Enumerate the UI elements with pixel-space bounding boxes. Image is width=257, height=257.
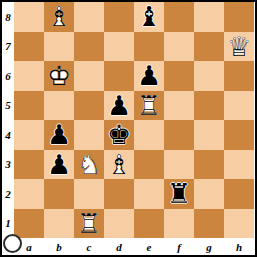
square-a4[interactable] [14, 120, 44, 150]
piece-fill: ♟ [134, 61, 164, 91]
square-d6[interactable] [104, 61, 134, 91]
piece-outline: ♖ [74, 209, 104, 239]
piece-outline: ♔ [44, 61, 74, 91]
square-f5[interactable] [164, 91, 194, 121]
piece-outline: ♕ [224, 32, 254, 62]
square-d7[interactable] [104, 32, 134, 62]
piece-fill: ♟ [44, 120, 74, 150]
piece-fill: ♟ [104, 91, 134, 121]
rank-labels: 87654321 [2, 2, 14, 238]
square-c1[interactable]: ♜♖ [74, 209, 104, 239]
piece-outline: ♗ [104, 150, 134, 180]
white-rook[interactable]: ♜♖ [134, 91, 164, 121]
square-g6[interactable] [194, 61, 224, 91]
chess-diagram: ♝♗♝♛♕♚♔♟♟♜♖♟♚♟♞♘♝♗♜♜♖ 87654321 abcdefgh [0, 0, 257, 257]
black-pawn[interactable]: ♟ [44, 150, 74, 180]
piece-fill: ♚ [104, 120, 134, 150]
square-c3[interactable]: ♞♘ [74, 150, 104, 180]
square-h6[interactable] [224, 61, 254, 91]
square-c4[interactable] [74, 120, 104, 150]
square-d4[interactable]: ♚ [104, 120, 134, 150]
square-d8[interactable] [104, 2, 134, 32]
piece-fill: ♜ [164, 179, 194, 209]
square-b8[interactable]: ♝♗ [44, 2, 74, 32]
square-e5[interactable]: ♜♖ [134, 91, 164, 121]
square-a2[interactable] [14, 179, 44, 209]
rank-label-8: 8 [2, 2, 14, 32]
file-labels: abcdefgh [14, 238, 254, 255]
square-b6[interactable]: ♚♔ [44, 61, 74, 91]
file-label-d: d [104, 238, 134, 255]
square-g5[interactable] [194, 91, 224, 121]
square-h1[interactable] [224, 209, 254, 239]
white-knight[interactable]: ♞♘ [74, 150, 104, 180]
white-bishop[interactable]: ♝♗ [104, 150, 134, 180]
black-pawn[interactable]: ♟ [134, 61, 164, 91]
square-g1[interactable] [194, 209, 224, 239]
square-g4[interactable] [194, 120, 224, 150]
square-h3[interactable] [224, 150, 254, 180]
square-a5[interactable] [14, 91, 44, 121]
square-c5[interactable] [74, 91, 104, 121]
square-b3[interactable]: ♟ [44, 150, 74, 180]
square-b1[interactable] [44, 209, 74, 239]
square-e1[interactable] [134, 209, 164, 239]
white-to-move-indicator [3, 234, 22, 253]
square-b4[interactable]: ♟ [44, 120, 74, 150]
square-f6[interactable] [164, 61, 194, 91]
square-f1[interactable] [164, 209, 194, 239]
square-a3[interactable] [14, 150, 44, 180]
square-a8[interactable] [14, 2, 44, 32]
square-h2[interactable] [224, 179, 254, 209]
piece-outline: ♖ [134, 91, 164, 121]
square-c8[interactable] [74, 2, 104, 32]
square-e3[interactable] [134, 150, 164, 180]
square-f8[interactable] [164, 2, 194, 32]
square-e7[interactable] [134, 32, 164, 62]
white-queen[interactable]: ♛♕ [224, 32, 254, 62]
white-king[interactable]: ♚♔ [44, 61, 74, 91]
piece-outline: ♘ [74, 150, 104, 180]
rank-label-5: 5 [2, 91, 14, 121]
square-g3[interactable] [194, 150, 224, 180]
square-a1[interactable] [14, 209, 44, 239]
piece-fill: ♝ [134, 2, 164, 32]
square-c7[interactable] [74, 32, 104, 62]
square-h5[interactable] [224, 91, 254, 121]
square-f3[interactable] [164, 150, 194, 180]
square-h7[interactable]: ♛♕ [224, 32, 254, 62]
rank-label-7: 7 [2, 32, 14, 62]
file-label-f: f [164, 238, 194, 255]
square-f2[interactable]: ♜ [164, 179, 194, 209]
chessboard: ♝♗♝♛♕♚♔♟♟♜♖♟♚♟♞♘♝♗♜♜♖ [14, 2, 254, 238]
square-f7[interactable] [164, 32, 194, 62]
square-h4[interactable] [224, 120, 254, 150]
square-e6[interactable]: ♟ [134, 61, 164, 91]
black-pawn[interactable]: ♟ [104, 91, 134, 121]
file-label-e: e [134, 238, 164, 255]
file-label-b: b [44, 238, 74, 255]
square-d3[interactable]: ♝♗ [104, 150, 134, 180]
white-bishop[interactable]: ♝♗ [44, 2, 74, 32]
square-g8[interactable] [194, 2, 224, 32]
square-b7[interactable] [44, 32, 74, 62]
square-b2[interactable] [44, 179, 74, 209]
square-a7[interactable] [14, 32, 44, 62]
square-e4[interactable] [134, 120, 164, 150]
square-h8[interactable] [224, 2, 254, 32]
square-d2[interactable] [104, 179, 134, 209]
file-label-c: c [74, 238, 104, 255]
rank-label-6: 6 [2, 61, 14, 91]
square-e2[interactable] [134, 179, 164, 209]
square-d1[interactable] [104, 209, 134, 239]
square-c6[interactable] [74, 61, 104, 91]
square-e8[interactable]: ♝ [134, 2, 164, 32]
black-rook[interactable]: ♜ [164, 179, 194, 209]
black-king[interactable]: ♚ [104, 120, 134, 150]
piece-outline: ♗ [44, 2, 74, 32]
black-bishop[interactable]: ♝ [134, 2, 164, 32]
square-a6[interactable] [14, 61, 44, 91]
square-f4[interactable] [164, 120, 194, 150]
rank-label-3: 3 [2, 150, 14, 180]
white-rook[interactable]: ♜♖ [74, 209, 104, 239]
black-pawn[interactable]: ♟ [44, 120, 74, 150]
file-label-g: g [194, 238, 224, 255]
file-label-h: h [224, 238, 254, 255]
square-d5[interactable]: ♟ [104, 91, 134, 121]
piece-fill: ♟ [44, 150, 74, 180]
square-g2[interactable] [194, 179, 224, 209]
rank-label-2: 2 [2, 179, 14, 209]
rank-label-4: 4 [2, 120, 14, 150]
square-g7[interactable] [194, 32, 224, 62]
square-c2[interactable] [74, 179, 104, 209]
square-b5[interactable] [44, 91, 74, 121]
